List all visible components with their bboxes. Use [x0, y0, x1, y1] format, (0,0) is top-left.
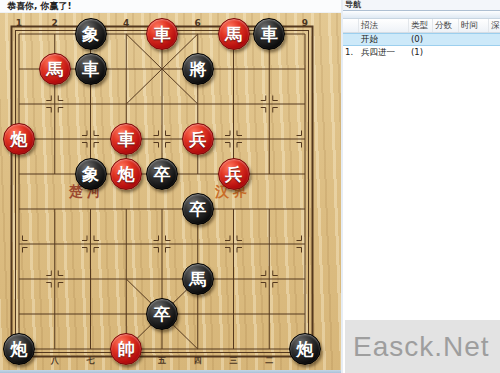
piece-black-general[interactable]: 將: [182, 53, 214, 85]
piece-red-chariot[interactable]: 車: [146, 18, 178, 50]
move-row[interactable]: 开始(0): [343, 33, 500, 46]
piece-black-chariot[interactable]: 車: [75, 53, 107, 85]
navigation-panel-toolbar: [343, 11, 500, 19]
move-type: (0): [409, 34, 433, 45]
piece-black-elephant[interactable]: 象: [75, 18, 107, 50]
piece-black-elephant[interactable]: 象: [75, 158, 107, 190]
piece-red-cannon[interactable]: 炮: [110, 158, 142, 190]
move-type: (1): [409, 46, 433, 59]
move-list: 开始(0)1.兵四进一(1): [343, 33, 500, 59]
navigation-panel-title: 导航: [343, 0, 500, 11]
xiangqi-app-window: 恭喜你, 你赢了! 123456789 九八七六五四三二一 楚河 汉界 象車馬車…: [0, 0, 500, 373]
piece-red-soldier[interactable]: 兵: [218, 158, 250, 190]
column-header[interactable]: 时间: [459, 19, 489, 32]
piece-black-chariot[interactable]: 車: [253, 18, 285, 50]
piece-red-soldier[interactable]: 兵: [182, 123, 214, 155]
move-row[interactable]: 1.兵四进一(1): [343, 46, 500, 59]
navigation-panel: 导航 招法类型分数时间深 开始(0)1.兵四进一(1) Easck.Net: [341, 0, 500, 373]
watermark-box: Easck.Net: [345, 320, 500, 373]
piece-black-cannon[interactable]: 炮: [3, 333, 35, 365]
piece-red-chariot[interactable]: 車: [110, 123, 142, 155]
piece-black-soldier[interactable]: 卒: [146, 158, 178, 190]
piece-black-soldier[interactable]: 卒: [182, 193, 214, 225]
piece-red-horse[interactable]: 馬: [218, 18, 250, 50]
piece-black-cannon[interactable]: 炮: [289, 333, 321, 365]
xiangqi-board[interactable]: 123456789 九八七六五四三二一 楚河 汉界 象車馬車馬車將炮車兵象炮卒兵…: [0, 13, 341, 371]
column-header-spacer[interactable]: [343, 19, 359, 32]
move-text: 兵四进一: [359, 46, 409, 59]
move-number: [343, 34, 359, 45]
column-header[interactable]: 类型: [409, 19, 433, 32]
piece-black-horse[interactable]: 馬: [182, 263, 214, 295]
piece-red-general[interactable]: 帥: [110, 333, 142, 365]
move-number: 1.: [343, 46, 359, 59]
watermark-text: Easck.Net: [345, 331, 490, 363]
piece-layer: 象車馬車馬車將炮車兵象炮卒兵卒馬卒炮帥炮: [1, 17, 323, 367]
status-message: 恭喜你, 你赢了!: [7, 1, 72, 11]
column-header[interactable]: 分数: [433, 19, 459, 32]
piece-red-cannon[interactable]: 炮: [3, 123, 35, 155]
column-header[interactable]: 深: [489, 19, 500, 32]
piece-black-soldier[interactable]: 卒: [146, 298, 178, 330]
piece-red-horse[interactable]: 馬: [39, 53, 71, 85]
move-text: 开始: [359, 34, 409, 45]
move-list-header: 招法类型分数时间深: [343, 19, 500, 33]
board-pane: 恭喜你, 你赢了! 123456789 九八七六五四三二一 楚河 汉界 象車馬車…: [0, 0, 341, 370]
status-bar: 恭喜你, 你赢了!: [0, 0, 341, 13]
column-header[interactable]: 招法: [359, 19, 409, 32]
